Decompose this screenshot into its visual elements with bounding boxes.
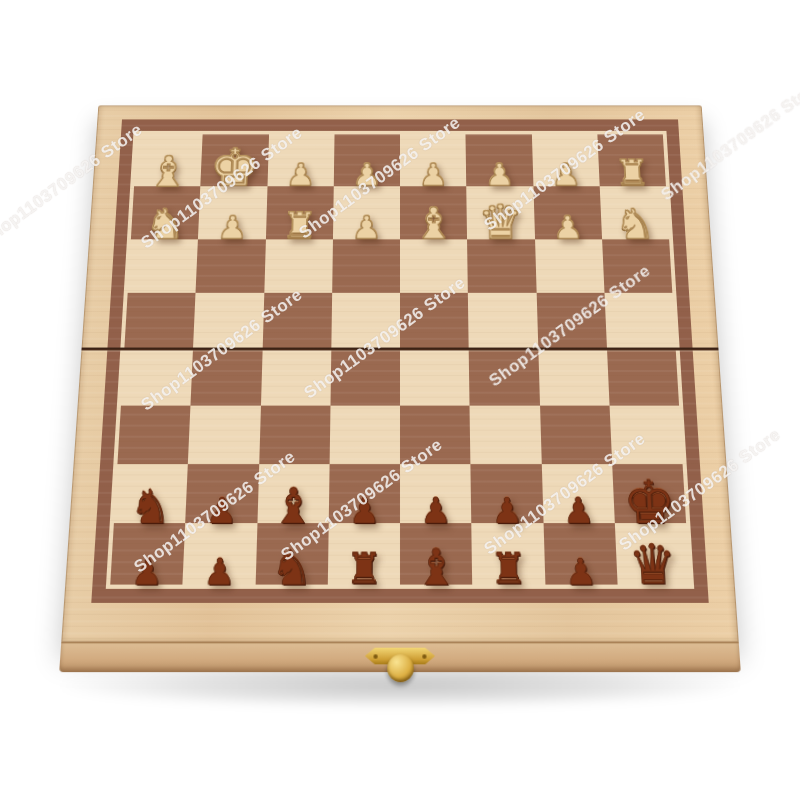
square-r0c0: ♝: [134, 134, 203, 186]
square-r0c7: ♜: [597, 134, 666, 186]
square-r5c2: [259, 405, 331, 463]
piece-light-pawn: ♟: [352, 214, 382, 243]
piece-light-pawn: ♟: [217, 214, 248, 243]
square-r3c3: [331, 293, 400, 348]
square-r0c5: ♟: [466, 134, 533, 186]
square-r6c6: ♟: [541, 464, 614, 524]
playfield-frame: ♝♚♟♟♟♟♟♜♞♟♜♟♝♛♟♞♞♟♝♟♟♟♟♚♟♟♞♜♝♜♟♛: [91, 119, 708, 602]
square-r3c6: [536, 293, 607, 348]
square-r4c6: [538, 349, 609, 406]
square-r6c5: ♟: [471, 464, 543, 524]
square-r7c5: ♜: [472, 523, 545, 584]
square-r3c7: [604, 293, 675, 348]
piece-light-pawn: ♟: [485, 161, 515, 189]
square-r6c2: ♝: [257, 464, 329, 524]
piece-light-king: ♚: [209, 145, 260, 192]
square-r5c7: [609, 405, 682, 463]
piece-light-knight: ♞: [145, 205, 186, 243]
piece-light-knight: ♞: [614, 205, 655, 243]
square-r7c4: ♝: [400, 523, 472, 584]
square-r4c0: [121, 349, 193, 406]
square-r7c3: ♜: [328, 523, 400, 584]
square-r6c3: ♟: [328, 464, 400, 524]
piece-dark-pawn: ♟: [130, 555, 164, 588]
chess-board: ♝♚♟♟♟♟♟♜♞♟♜♟♝♛♟♞♞♟♝♟♟♟♟♚♟♟♞♜♝♜♟♛: [110, 134, 690, 584]
piece-dark-pawn: ♟: [562, 495, 595, 528]
fold-seam: [81, 348, 718, 351]
square-r1c3: ♟: [333, 186, 400, 239]
piece-light-pawn: ♟: [551, 161, 581, 189]
square-r2c3: [332, 239, 400, 293]
piece-light-pawn: ♟: [418, 161, 447, 189]
piece-dark-knight: ♞: [270, 546, 313, 590]
piece-light-rook: ♜: [614, 157, 650, 190]
square-r7c6: ♟: [543, 523, 617, 584]
piece-light-pawn: ♟: [553, 214, 584, 243]
square-r4c3: [330, 349, 400, 406]
square-r3c4: [400, 293, 469, 348]
piece-dark-pawn: ♟: [420, 495, 452, 528]
square-r6c7: ♚: [612, 464, 686, 524]
piece-light-pawn: ♟: [352, 161, 381, 189]
square-r1c2: ♜: [265, 186, 333, 239]
piece-dark-king: ♚: [622, 475, 677, 529]
square-r4c4: [400, 349, 470, 406]
piece-light-rook: ♜: [282, 209, 317, 243]
square-r1c4: ♝: [400, 186, 467, 239]
piece-light-queen: ♛: [478, 201, 523, 244]
square-r5c3: [329, 405, 400, 463]
product-photo: ♝♚♟♟♟♟♟♜♞♟♜♟♝♛♟♞♞♟♝♟♟♟♟♚♟♟♞♜♝♜♟♛ Shop110…: [0, 0, 800, 800]
square-r0c4: ♟: [400, 134, 466, 186]
square-r0c1: ♚: [201, 134, 269, 186]
piece-dark-queen: ♛: [628, 541, 678, 591]
square-r1c6: ♟: [533, 186, 602, 239]
piece-light-pawn: ♟: [286, 161, 316, 189]
square-r4c2: [260, 349, 331, 406]
piece-dark-pawn: ♟: [203, 555, 236, 588]
square-r0c3: ♟: [334, 134, 400, 186]
piece-dark-pawn: ♟: [564, 555, 597, 588]
square-r3c1: [193, 293, 264, 348]
clasp-knob: [387, 654, 414, 682]
square-r2c2: [264, 239, 333, 293]
square-r1c5: ♛: [466, 186, 534, 239]
board-front-edge: [59, 642, 741, 672]
square-r5c6: [540, 405, 612, 463]
square-r3c0: [124, 293, 195, 348]
clasp-screw: [373, 654, 377, 658]
square-r4c5: [469, 349, 540, 406]
square-r3c5: [468, 293, 538, 348]
square-r5c0: [117, 405, 190, 463]
square-r6c4: ♟: [400, 464, 472, 524]
piece-dark-pawn: ♟: [491, 495, 523, 528]
square-r3c2: [262, 293, 332, 348]
square-r4c7: [607, 349, 679, 406]
piece-dark-pawn: ♟: [205, 495, 238, 528]
square-r5c4: [400, 405, 471, 463]
piece-dark-bishop: ♝: [414, 544, 458, 590]
clasp-screw: [422, 654, 426, 658]
piece-light-bishop: ♝: [413, 204, 454, 244]
square-r2c6: [535, 239, 605, 293]
square-r0c6: ♟: [531, 134, 599, 186]
folding-chess-board: ♝♚♟♟♟♟♟♜♞♟♜♟♝♛♟♞♞♟♝♟♟♟♟♚♟♟♞♜♝♜♟♛: [59, 105, 740, 671]
board-top-surface: ♝♚♟♟♟♟♟♜♞♟♜♟♝♛♟♞♞♟♝♟♟♟♟♚♟♟♞♜♝♜♟♛: [61, 105, 738, 642]
piece-dark-rook: ♜: [489, 550, 527, 589]
square-r1c7: ♞: [599, 186, 669, 239]
piece-dark-knight: ♞: [129, 485, 173, 528]
piece-dark-bishop: ♝: [271, 484, 315, 529]
piece-light-bishop: ♝: [147, 152, 189, 191]
square-r2c1: [196, 239, 266, 293]
piece-dark-rook: ♜: [345, 550, 383, 589]
square-r5c5: [470, 405, 542, 463]
clasp: [363, 648, 438, 692]
square-r6c1: ♟: [185, 464, 258, 524]
square-r7c1: ♟: [183, 523, 257, 584]
piece-dark-pawn: ♟: [348, 495, 380, 528]
square-r0c2: ♟: [267, 134, 334, 186]
square-r4c1: [191, 349, 262, 406]
square-r5c1: [188, 405, 260, 463]
square-r6c0: ♞: [114, 464, 188, 524]
